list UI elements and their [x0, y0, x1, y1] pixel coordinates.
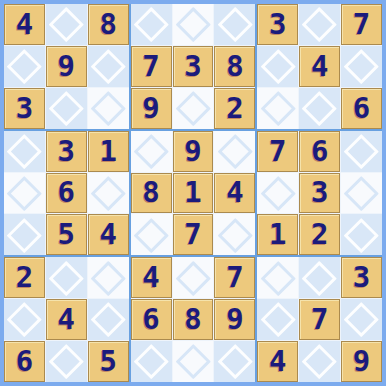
cell-r7c1: 2 [4, 257, 45, 298]
diamond-icon [260, 49, 295, 84]
cell-value: 3 [16, 94, 33, 123]
cell-value: 1 [269, 220, 286, 249]
cell-r9c3: 5 [88, 341, 129, 382]
cell-r8c7[interactable] [257, 299, 298, 340]
diamond-icon [176, 7, 211, 42]
cell-value: 9 [142, 94, 159, 123]
cell-value: 6 [353, 94, 370, 123]
cell-value: 8 [226, 52, 243, 81]
cell-r9c8[interactable] [299, 341, 340, 382]
cell-r8c9[interactable] [341, 299, 382, 340]
cell-r5c5: 1 [173, 173, 214, 214]
diamond-icon [134, 218, 169, 253]
cell-value: 7 [353, 10, 370, 39]
cell-r1c5[interactable] [173, 4, 214, 45]
cell-r9c9: 9 [341, 341, 382, 382]
box-r3c1: 2465 [4, 257, 129, 382]
cell-r1c4[interactable] [131, 4, 172, 45]
cell-value: 3 [269, 10, 286, 39]
cell-value: 1 [184, 178, 201, 207]
cell-r1c8[interactable] [299, 4, 340, 45]
cell-r2c9[interactable] [341, 46, 382, 87]
diamond-icon [302, 7, 337, 42]
cell-r7c6: 7 [214, 257, 255, 298]
cell-value: 2 [226, 94, 243, 123]
cell-r9c4[interactable] [131, 341, 172, 382]
cell-r6c3: 4 [88, 214, 129, 255]
cell-value: 9 [184, 137, 201, 166]
cell-value: 2 [16, 263, 33, 292]
diamond-icon [7, 49, 42, 84]
cell-r1c2[interactable] [46, 4, 87, 45]
diamond-icon [91, 49, 126, 84]
diamond-icon [91, 260, 126, 295]
diamond-icon [7, 176, 42, 211]
cell-value: 7 [142, 52, 159, 81]
diamond-icon [344, 134, 379, 169]
cell-r6c5: 7 [173, 214, 214, 255]
cell-r7c3[interactable] [88, 257, 129, 298]
diamond-icon [344, 49, 379, 84]
cell-value: 4 [142, 263, 159, 292]
cell-r9c5[interactable] [173, 341, 214, 382]
cell-value: 7 [226, 263, 243, 292]
diamond-icon [260, 91, 295, 126]
cell-r6c9[interactable] [341, 214, 382, 255]
cell-r8c1[interactable] [4, 299, 45, 340]
cell-r3c2[interactable] [46, 88, 87, 129]
cell-r2c3[interactable] [88, 46, 129, 87]
cell-value: 4 [311, 52, 328, 81]
cell-r5c9[interactable] [341, 173, 382, 214]
diamond-icon [218, 134, 253, 169]
cell-value: 4 [226, 178, 243, 207]
cell-r3c3[interactable] [88, 88, 129, 129]
cell-value: 4 [58, 305, 75, 334]
cell-r9c2[interactable] [46, 341, 87, 382]
box-r1c3: 3746 [257, 4, 382, 129]
diamond-icon [218, 218, 253, 253]
cell-r4c3: 1 [88, 131, 129, 172]
cell-r6c7: 1 [257, 214, 298, 255]
cell-value: 8 [99, 10, 116, 39]
cell-r7c5[interactable] [173, 257, 214, 298]
diamond-icon [344, 176, 379, 211]
cell-r3c8[interactable] [299, 88, 340, 129]
cell-r2c1[interactable] [4, 46, 45, 87]
cell-r3c5[interactable] [173, 88, 214, 129]
cell-r2c8: 4 [299, 46, 340, 87]
cell-r4c1[interactable] [4, 131, 45, 172]
diamond-icon [49, 260, 84, 295]
box-r3c2: 47689 [131, 257, 256, 382]
cell-r5c7[interactable] [257, 173, 298, 214]
cell-value: 4 [99, 220, 116, 249]
cell-r5c3[interactable] [88, 173, 129, 214]
cell-r1c1: 4 [4, 4, 45, 45]
cell-r5c4: 8 [131, 173, 172, 214]
cell-r2c4: 7 [131, 46, 172, 87]
cell-r8c3[interactable] [88, 299, 129, 340]
box-r2c2: 98147 [131, 131, 256, 256]
cell-r8c5: 8 [173, 299, 214, 340]
diamond-icon [260, 260, 295, 295]
cell-value: 3 [184, 52, 201, 81]
cell-r5c2: 6 [46, 173, 87, 214]
cell-r5c8: 3 [299, 173, 340, 214]
cell-r1c6[interactable] [214, 4, 255, 45]
diamond-icon [134, 344, 169, 379]
cell-value: 6 [311, 137, 328, 166]
cell-r4c5: 9 [173, 131, 214, 172]
diamond-icon [176, 344, 211, 379]
diamond-icon [176, 91, 211, 126]
cell-value: 4 [269, 347, 286, 376]
cell-r1c9: 7 [341, 4, 382, 45]
diamond-icon [7, 218, 42, 253]
cell-r4c2: 3 [46, 131, 87, 172]
diamond-icon [7, 302, 42, 337]
cell-r2c7[interactable] [257, 46, 298, 87]
cell-r2c2: 9 [46, 46, 87, 87]
cell-value: 7 [184, 220, 201, 249]
diamond-icon [344, 302, 379, 337]
cell-value: 6 [58, 178, 75, 207]
box-r2c1: 31654 [4, 131, 129, 256]
cell-value: 1 [99, 137, 116, 166]
cell-value: 3 [311, 178, 328, 207]
cell-r1c3: 8 [88, 4, 129, 45]
cell-r2c5: 3 [173, 46, 214, 87]
cell-r2c6: 8 [214, 46, 255, 87]
cell-r8c8: 7 [299, 299, 340, 340]
diamond-icon [302, 344, 337, 379]
cell-value: 9 [58, 52, 75, 81]
diamond-icon [49, 91, 84, 126]
diamond-icon [302, 91, 337, 126]
diamond-icon [344, 218, 379, 253]
cell-r5c6: 4 [214, 173, 255, 214]
diamond-icon [302, 260, 337, 295]
cell-value: 8 [184, 305, 201, 334]
cell-value: 4 [16, 10, 33, 39]
cell-value: 7 [269, 137, 286, 166]
cell-r6c1[interactable] [4, 214, 45, 255]
cell-r7c2[interactable] [46, 257, 87, 298]
cell-value: 3 [353, 263, 370, 292]
cell-r4c4[interactable] [131, 131, 172, 172]
diamond-icon [91, 91, 126, 126]
cell-value: 6 [142, 305, 159, 334]
cell-value: 8 [142, 178, 159, 207]
cell-r3c7[interactable] [257, 88, 298, 129]
cell-r3c6: 2 [214, 88, 255, 129]
cell-value: 7 [311, 305, 328, 334]
cell-value: 9 [226, 305, 243, 334]
cell-r4c9[interactable] [341, 131, 382, 172]
diamond-icon [176, 260, 211, 295]
diamond-icon [260, 176, 295, 211]
box-r1c1: 4893 [4, 4, 129, 129]
cell-r3c1: 3 [4, 88, 45, 129]
cell-value: 5 [58, 220, 75, 249]
diamond-icon [7, 134, 42, 169]
cell-r6c2: 5 [46, 214, 87, 255]
cell-r1c7: 3 [257, 4, 298, 45]
cell-r8c4: 6 [131, 299, 172, 340]
sudoku-board: 4893738923746316549814776312246547689374… [0, 0, 386, 386]
cell-r9c7: 4 [257, 341, 298, 382]
diamond-icon [218, 7, 253, 42]
cell-value: 3 [58, 137, 75, 166]
cell-r3c4: 9 [131, 88, 172, 129]
diamond-icon [49, 7, 84, 42]
cell-r8c6: 9 [214, 299, 255, 340]
diamond-icon [134, 7, 169, 42]
diamond-icon [91, 176, 126, 211]
cell-r8c2: 4 [46, 299, 87, 340]
cell-r9c1: 6 [4, 341, 45, 382]
cell-value: 9 [353, 347, 370, 376]
diamond-icon [218, 344, 253, 379]
cell-value: 2 [311, 220, 328, 249]
cell-r7c7[interactable] [257, 257, 298, 298]
box-r2c3: 76312 [257, 131, 382, 256]
cell-r4c8: 6 [299, 131, 340, 172]
cell-r7c4: 4 [131, 257, 172, 298]
cell-r9c6[interactable] [214, 341, 255, 382]
diamond-icon [91, 302, 126, 337]
cell-value: 6 [16, 347, 33, 376]
cell-r6c6[interactable] [214, 214, 255, 255]
cell-r4c7: 7 [257, 131, 298, 172]
box-r3c3: 3749 [257, 257, 382, 382]
cell-r6c8: 2 [299, 214, 340, 255]
cell-r7c8[interactable] [299, 257, 340, 298]
cell-r4c6[interactable] [214, 131, 255, 172]
diamond-icon [134, 134, 169, 169]
cell-r5c1[interactable] [4, 173, 45, 214]
cell-r6c4[interactable] [131, 214, 172, 255]
diamond-icon [260, 302, 295, 337]
diamond-icon [49, 344, 84, 379]
cell-value: 5 [99, 347, 116, 376]
cell-r3c9: 6 [341, 88, 382, 129]
box-r1c2: 73892 [131, 4, 256, 129]
cell-r7c9: 3 [341, 257, 382, 298]
